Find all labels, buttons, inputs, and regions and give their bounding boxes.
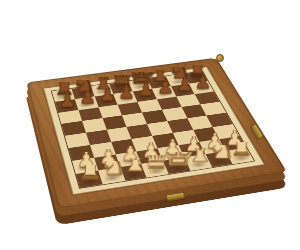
brass-pin-icon <box>216 54 224 62</box>
piece-shadow <box>79 101 96 108</box>
piece-shadow <box>156 91 173 98</box>
square-f6 <box>157 96 182 109</box>
piece-black-r: ♜ <box>188 65 207 81</box>
piece-shadow <box>162 151 181 160</box>
square-b1: ♞ <box>98 167 125 184</box>
square-g4 <box>187 115 213 129</box>
piece-shadow <box>80 177 99 186</box>
piece-shadow <box>132 83 149 90</box>
square-e4 <box>147 121 173 136</box>
piece-shadow <box>189 160 208 169</box>
piece-shadow <box>210 157 229 166</box>
piece-shadow <box>125 170 144 179</box>
piece-shadow <box>231 154 250 163</box>
chess-case: ♜♞♝♛♚♝♞♜♟♟♟♟♟♟♟♟♟♟♟♟♟♟♟♟♜♞♝♛♚♝♞♜ <box>26 58 287 209</box>
board-border: ♜♞♝♛♚♝♞♜♟♟♟♟♟♟♟♟♟♟♟♟♟♟♟♟♜♞♝♛♚♝♞♜ <box>43 67 265 195</box>
square-e1: ♚ <box>163 158 190 175</box>
piece-shadow <box>98 160 117 169</box>
piece-shadow <box>175 88 192 95</box>
piece-shadow <box>103 173 122 182</box>
piece-shadow <box>168 163 187 172</box>
piece-shadow <box>59 104 76 111</box>
piece-shadow <box>146 167 165 176</box>
piece-shadow <box>183 147 202 155</box>
square-d1: ♛ <box>142 161 169 178</box>
square-b4 <box>86 130 111 145</box>
piece-shadow <box>224 141 243 149</box>
product-photo: ♜♞♝♛♚♝♞♜♟♟♟♟♟♟♟♟♟♟♟♟♟♟♟♟♜♞♝♛♚♝♞♜ <box>0 0 300 250</box>
chess-board: ♜♞♝♛♚♝♞♜♟♟♟♟♟♟♟♟♟♟♟♟♟♟♟♟♜♞♝♛♚♝♞♜ <box>52 71 254 188</box>
